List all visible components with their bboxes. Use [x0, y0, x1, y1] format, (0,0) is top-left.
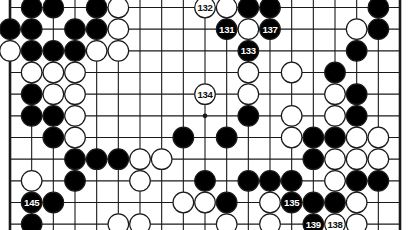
stone-black	[21, 0, 42, 18]
stone-black	[43, 192, 64, 213]
stone-white	[65, 62, 86, 83]
stone-white	[65, 127, 86, 148]
stone-white	[65, 84, 86, 105]
stone-white	[173, 192, 194, 213]
stone-white	[260, 214, 281, 230]
stone-white	[325, 84, 346, 105]
stone-white	[281, 127, 302, 148]
stone-white	[130, 214, 151, 230]
stone-black	[325, 192, 346, 213]
stone-black	[43, 0, 64, 18]
stone-black	[195, 171, 216, 192]
stone-black	[368, 171, 389, 192]
stone-black	[238, 0, 259, 18]
stone-white	[325, 106, 346, 127]
move-number-label: 137	[262, 24, 277, 35]
stone-white	[346, 192, 367, 213]
stone-black	[346, 106, 367, 127]
stone-black	[65, 19, 86, 40]
stone-black	[346, 84, 367, 105]
stone-black	[216, 127, 237, 148]
stone-black	[260, 171, 281, 192]
stone-white	[368, 127, 389, 148]
stone-black	[303, 127, 324, 148]
stone-white	[21, 171, 42, 192]
stone-white	[195, 192, 216, 213]
stone-black	[21, 214, 42, 230]
stone-white	[325, 149, 346, 170]
go-board-svg: 132131137133134145135139138	[0, 0, 410, 230]
stone-white	[108, 19, 129, 40]
stone-white	[281, 106, 302, 127]
stone-black	[303, 192, 324, 213]
move-number-label: 139	[306, 219, 321, 230]
stone-black	[65, 41, 86, 62]
stone-white	[65, 106, 86, 127]
stone-white	[325, 171, 346, 192]
stone-black	[325, 127, 346, 148]
stone-black	[108, 149, 129, 170]
stone-white	[43, 84, 64, 105]
stone-black	[43, 127, 64, 148]
stone-black	[303, 149, 324, 170]
move-number-label: 135	[284, 197, 300, 208]
stone-black	[173, 127, 194, 148]
stone-black	[86, 0, 107, 18]
stone-black	[21, 41, 42, 62]
stone-black	[21, 19, 42, 40]
stone-black	[21, 106, 42, 127]
move-number-label: 132	[197, 2, 212, 13]
stone-black	[0, 19, 20, 40]
stone-white	[238, 62, 259, 83]
stone-white	[216, 0, 237, 18]
stone-white	[108, 214, 129, 230]
move-number-label: 131	[219, 24, 235, 35]
stone-black	[325, 62, 346, 83]
stone-black	[43, 41, 64, 62]
move-number-label: 138	[327, 219, 343, 230]
stone-black	[238, 171, 259, 192]
stone-black	[238, 106, 259, 127]
stone-white	[281, 62, 302, 83]
stone-black	[368, 0, 389, 18]
stone-black	[281, 171, 302, 192]
stone-black	[65, 149, 86, 170]
stone-black	[86, 149, 107, 170]
stone-white	[238, 19, 259, 40]
stone-black	[216, 192, 237, 213]
stone-white	[346, 149, 367, 170]
stone-white	[368, 149, 389, 170]
stone-black	[260, 0, 281, 18]
move-number-label: 133	[241, 45, 256, 56]
move-number-label: 145	[24, 197, 40, 208]
move-number-label: 134	[197, 89, 213, 100]
stone-white	[130, 171, 151, 192]
stone-white	[346, 127, 367, 148]
stone-white	[130, 149, 151, 170]
stone-black	[346, 171, 367, 192]
stone-white	[238, 84, 259, 105]
stone-black	[346, 41, 367, 62]
stone-black	[21, 84, 42, 105]
stone-black	[65, 171, 86, 192]
stone-black	[43, 106, 64, 127]
stone-white	[0, 41, 20, 62]
stone-white	[108, 41, 129, 62]
stone-white	[346, 19, 367, 40]
go-diagram: 132131137133134145135139138	[0, 0, 410, 230]
stone-white	[86, 41, 107, 62]
stone-white	[21, 62, 42, 83]
stone-black	[86, 19, 107, 40]
stone-white	[151, 149, 172, 170]
star-point	[203, 113, 208, 118]
stone-black	[368, 19, 389, 40]
stone-white	[43, 62, 64, 83]
stone-white	[108, 0, 129, 18]
stone-white	[216, 214, 237, 230]
stone-white	[260, 192, 281, 213]
stone-white	[346, 214, 367, 230]
